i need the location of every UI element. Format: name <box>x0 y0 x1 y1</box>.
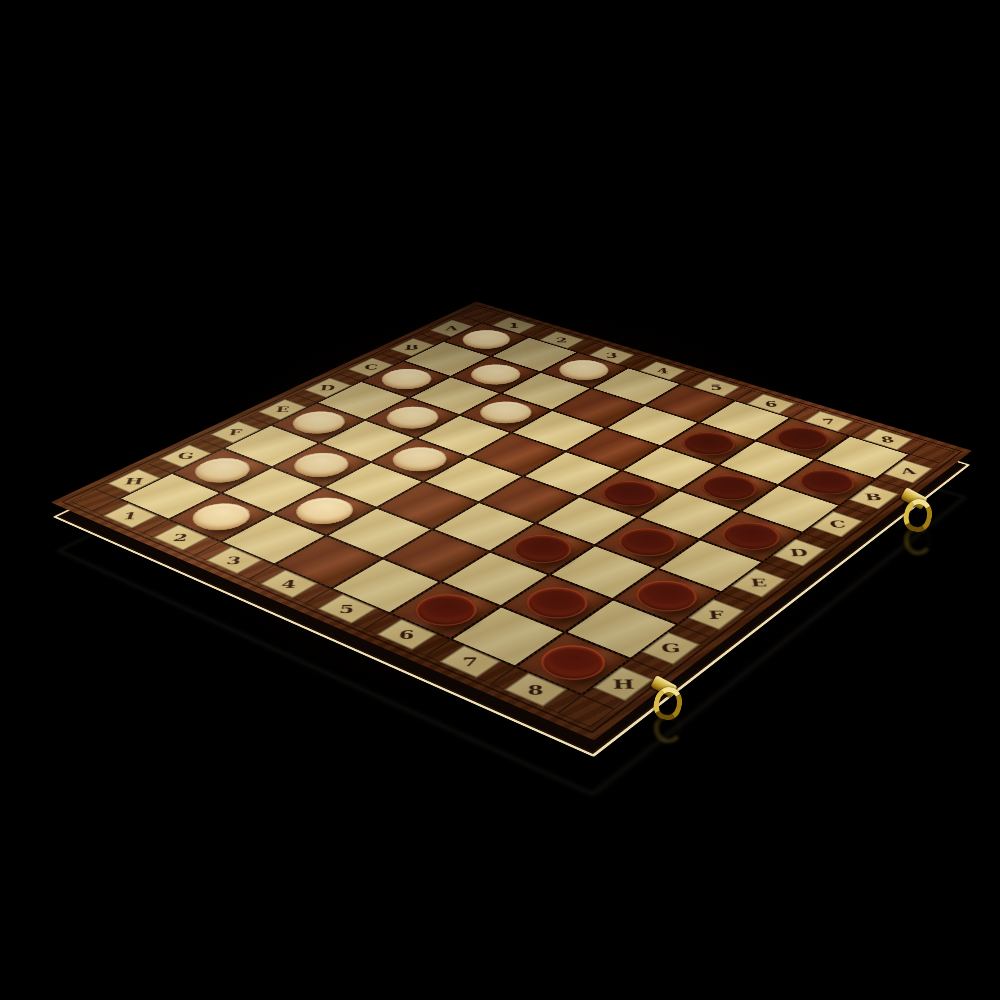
coordinate-label: G <box>176 451 195 461</box>
coordinate-label: 3 <box>225 554 242 566</box>
coordinate-label: B <box>864 492 884 502</box>
coordinate-label: 4 <box>656 367 669 375</box>
label-cell: 1 <box>103 503 158 528</box>
square-H1[interactable] <box>121 474 219 519</box>
coordinate-label: 4 <box>281 578 298 590</box>
coordinate-label: 2 <box>172 532 190 543</box>
coordinate-label: A <box>899 466 917 476</box>
label-cell: H <box>107 469 161 493</box>
coordinate-label: 5 <box>709 383 723 391</box>
frame-corner-near <box>558 695 615 727</box>
label-cell: 3 <box>205 547 262 574</box>
square-H4[interactable] <box>277 537 381 588</box>
coordinate-label: C <box>364 363 379 371</box>
coordinate-label: 3 <box>605 351 617 359</box>
label-cell: C <box>811 511 863 537</box>
coordinate-label: 6 <box>764 399 779 408</box>
coordinate-label: 8 <box>528 682 544 697</box>
coordinate-label: 5 <box>338 602 355 615</box>
coordinate-label: 1 <box>508 322 519 329</box>
coordinate-label: 7 <box>821 417 836 426</box>
label-cell: 5 <box>317 594 376 624</box>
coordinate-label: 2 <box>556 336 568 344</box>
coordinate-label: A <box>445 325 458 332</box>
square-F4[interactable] <box>379 483 477 529</box>
label-cell: 7 <box>439 645 501 678</box>
square-H5[interactable] <box>333 559 438 612</box>
folding-checkers-board: 12345678 12345678 ABCDEFGH ABCDEFGH <box>51 302 972 741</box>
coordinate-label: D <box>319 384 336 392</box>
coordinate-label: 6 <box>399 628 416 641</box>
coordinate-label: C <box>828 519 847 530</box>
coordinate-label: F <box>707 608 724 621</box>
label-cell: G <box>641 632 700 665</box>
square-G5[interactable] <box>385 530 487 580</box>
label-strip-cell: H <box>96 464 172 499</box>
coordinate-label: 1 <box>121 510 139 521</box>
label-cell: 8 <box>504 673 567 707</box>
board-surface: 12345678 12345678 ABCDEFGH ABCDEFGH <box>51 302 972 741</box>
coordinate-label: G <box>661 641 682 655</box>
perspective-scene: 12345678 12345678 ABCDEFGH ABCDEFGH <box>0 0 1000 1000</box>
coordinate-label: 8 <box>880 435 896 444</box>
coordinate-label: E <box>750 577 769 589</box>
label-cell: 4 <box>260 570 318 599</box>
frame-corner-left <box>70 489 119 511</box>
brass-hinge-bottom <box>646 680 686 740</box>
coordinate-label: D <box>789 547 810 559</box>
brass-hinge-right <box>896 492 936 552</box>
label-cell: E <box>731 568 786 597</box>
square-E5[interactable] <box>481 477 578 522</box>
coordinate-label: E <box>275 405 291 414</box>
coordinate-label: H <box>123 476 145 486</box>
photo-background: 12345678 12345678 ABCDEFGH ABCDEFGH <box>0 0 1000 1000</box>
coordinate-label: B <box>405 343 420 351</box>
coordinate-label: H <box>612 676 635 691</box>
coordinate-label: 7 <box>462 654 478 668</box>
coordinate-label: F <box>228 428 244 437</box>
